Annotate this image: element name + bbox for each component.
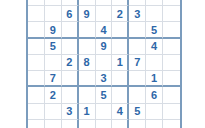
cell-r7c6-empty[interactable] bbox=[112, 87, 129, 103]
cell-r5c5-empty[interactable] bbox=[96, 55, 113, 71]
cell-r6c4-empty[interactable] bbox=[79, 71, 96, 87]
cell-r8c3-given-3[interactable]: 3 bbox=[62, 104, 79, 120]
cell-r7c4-empty[interactable] bbox=[79, 87, 96, 103]
cell-r5c3-given-2[interactable]: 2 bbox=[62, 55, 79, 71]
cell-r3c3-empty[interactable] bbox=[62, 22, 79, 38]
cell-r3c8-given-5[interactable]: 5 bbox=[146, 22, 163, 38]
sudoku-board: 692394559428177312563145 bbox=[26, 0, 182, 128]
cell-r7c2-given-2[interactable]: 2 bbox=[45, 87, 62, 103]
cell-r8c2-empty[interactable] bbox=[45, 104, 62, 120]
cell-r2c5-empty[interactable] bbox=[96, 6, 113, 22]
cell-r3c7-empty[interactable] bbox=[129, 22, 146, 38]
cell-r2c6-given-2[interactable]: 2 bbox=[112, 6, 129, 22]
cell-r8c4-given-1[interactable]: 1 bbox=[79, 104, 96, 120]
cell-r3c2-given-9[interactable]: 9 bbox=[45, 22, 62, 38]
cell-r8c6-given-4[interactable]: 4 bbox=[112, 104, 129, 120]
cell-r6c2-given-7[interactable]: 7 bbox=[45, 71, 62, 87]
cell-r8c5-empty[interactable] bbox=[96, 104, 113, 120]
cell-r4c7-empty[interactable] bbox=[129, 39, 146, 55]
cell-r4c2-given-5[interactable]: 5 bbox=[45, 39, 62, 55]
cell-r2c9-empty[interactable] bbox=[163, 6, 180, 22]
cell-r7c8-given-6[interactable]: 6 bbox=[146, 87, 163, 103]
cell-r9c4-empty[interactable] bbox=[79, 120, 96, 128]
cell-r4c5-given-9[interactable]: 9 bbox=[96, 39, 113, 55]
cell-r8c9-empty[interactable] bbox=[163, 104, 180, 120]
cell-r9c8-empty[interactable] bbox=[146, 120, 163, 128]
cell-r9c5-empty[interactable] bbox=[96, 120, 113, 128]
cell-r3c9-empty[interactable] bbox=[163, 22, 180, 38]
cell-r5c9-empty[interactable] bbox=[163, 55, 180, 71]
cell-r2c7-given-3[interactable]: 3 bbox=[129, 6, 146, 22]
cell-r2c3-given-6[interactable]: 6 bbox=[62, 6, 79, 22]
cell-r6c6-empty[interactable] bbox=[112, 71, 129, 87]
cell-r5c4-given-8[interactable]: 8 bbox=[79, 55, 96, 71]
cell-r5c6-given-1[interactable]: 1 bbox=[112, 55, 129, 71]
cell-r8c1-empty[interactable] bbox=[28, 104, 45, 120]
cell-r9c6-empty[interactable] bbox=[112, 120, 129, 128]
cell-r9c9-empty[interactable] bbox=[163, 120, 180, 128]
cell-r6c3-empty[interactable] bbox=[62, 71, 79, 87]
cell-r2c1-empty[interactable] bbox=[28, 6, 45, 22]
cell-r8c8-empty[interactable] bbox=[146, 104, 163, 120]
cell-r4c6-empty[interactable] bbox=[112, 39, 129, 55]
cell-r3c6-empty[interactable] bbox=[112, 22, 129, 38]
cell-r3c5-given-4[interactable]: 4 bbox=[96, 22, 113, 38]
cell-r2c8-empty[interactable] bbox=[146, 6, 163, 22]
cell-r5c2-empty[interactable] bbox=[45, 55, 62, 71]
cell-r2c2-empty[interactable] bbox=[45, 6, 62, 22]
cell-r5c8-empty[interactable] bbox=[146, 55, 163, 71]
cell-r4c9-empty[interactable] bbox=[163, 39, 180, 55]
cell-r6c5-given-3[interactable]: 3 bbox=[96, 71, 113, 87]
cell-r4c3-empty[interactable] bbox=[62, 39, 79, 55]
cell-r7c5-given-5[interactable]: 5 bbox=[96, 87, 113, 103]
cell-r7c3-empty[interactable] bbox=[62, 87, 79, 103]
cell-r7c1-empty[interactable] bbox=[28, 87, 45, 103]
sudoku-screenshot: 692394559428177312563145 bbox=[0, 0, 205, 128]
cell-r3c1-empty[interactable] bbox=[28, 22, 45, 38]
cell-r3c4-empty[interactable] bbox=[79, 22, 96, 38]
cell-r9c3-empty[interactable] bbox=[62, 120, 79, 128]
cell-r4c8-given-4[interactable]: 4 bbox=[146, 39, 163, 55]
cell-r8c7-given-5[interactable]: 5 bbox=[129, 104, 146, 120]
cell-r4c1-empty[interactable] bbox=[28, 39, 45, 55]
cell-r9c7-empty[interactable] bbox=[129, 120, 146, 128]
cell-r2c4-given-9[interactable]: 9 bbox=[79, 6, 96, 22]
cell-r5c1-empty[interactable] bbox=[28, 55, 45, 71]
cell-r5c7-given-7[interactable]: 7 bbox=[129, 55, 146, 71]
cell-r9c1-empty[interactable] bbox=[28, 120, 45, 128]
cell-r4c4-empty[interactable] bbox=[79, 39, 96, 55]
cell-r6c8-given-1[interactable]: 1 bbox=[146, 71, 163, 87]
cell-r6c1-empty[interactable] bbox=[28, 71, 45, 87]
cell-r6c7-empty[interactable] bbox=[129, 71, 146, 87]
cell-r6c9-empty[interactable] bbox=[163, 71, 180, 87]
cell-r7c9-empty[interactable] bbox=[163, 87, 180, 103]
cell-r9c2-empty[interactable] bbox=[45, 120, 62, 128]
cell-r7c7-empty[interactable] bbox=[129, 87, 146, 103]
